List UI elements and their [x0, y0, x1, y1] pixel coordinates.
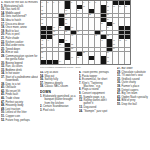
grid-cell[interactable] — [77, 18, 82, 22]
cell-number: 7 — [89, 1, 90, 3]
clue-text: Finds fault — [5, 93, 18, 96]
grid-cell[interactable]: 60 — [41, 56, 46, 60]
grid-cell[interactable] — [77, 22, 82, 26]
grid-cell[interactable] — [47, 9, 52, 13]
across-clue: 58. Classic NBC sitcom — [40, 85, 76, 88]
grid-cell[interactable] — [77, 39, 82, 43]
cell-number: 43 — [41, 39, 43, 41]
grid-cell[interactable] — [47, 18, 52, 22]
grid-cell[interactable] — [71, 9, 76, 13]
grid-cell[interactable]: 45 — [65, 39, 70, 43]
grid-cell[interactable] — [125, 14, 130, 18]
clue-text: Gets transferred? — [5, 15, 27, 18]
grid-cell[interactable] — [65, 60, 70, 64]
grid-cell[interactable]: 7 — [89, 1, 94, 5]
clue-text: Dry as dust — [44, 71, 58, 74]
cell-number: 65 — [107, 60, 109, 62]
cell-number: 29 — [101, 22, 103, 24]
clue-text: Big Ten team — [121, 92, 137, 95]
grid-cell[interactable] — [77, 60, 82, 64]
cell-number: 44 — [47, 39, 49, 41]
grid-cell[interactable] — [89, 52, 94, 56]
grid-cell[interactable]: 62 — [77, 56, 82, 60]
grid-cell[interactable] — [77, 35, 82, 39]
cell-number: 56 — [113, 47, 115, 49]
grid-cell[interactable] — [59, 35, 64, 39]
clue-text: Dog-eared — [83, 106, 96, 109]
black-cell — [65, 1, 70, 5]
grid-cell[interactable] — [125, 9, 130, 13]
grid-cell[interactable] — [53, 9, 58, 13]
clue-column-below-left: 53. Dry as dust54. Way out56. Satisfy fu… — [40, 71, 76, 150]
grid-cell[interactable] — [95, 48, 100, 52]
grid-cell[interactable]: 22 — [89, 14, 94, 18]
grid-cell[interactable] — [101, 48, 106, 52]
grid-cell[interactable] — [77, 14, 82, 18]
grid-cell[interactable]: 14 — [119, 5, 124, 9]
grid-cell[interactable]: 27 — [41, 22, 46, 26]
cell-number: 3 — [53, 1, 54, 3]
cell-number: 38 — [101, 30, 103, 32]
black-cell — [125, 31, 130, 35]
clue-text: In hot water — [5, 72, 20, 75]
grid-cell[interactable] — [83, 56, 88, 60]
grid-cell[interactable]: 38 — [101, 31, 106, 35]
grid-cell[interactable] — [83, 39, 88, 43]
clue-text: Satisfy fully — [44, 78, 58, 81]
grid-cell[interactable]: 32 — [59, 26, 64, 30]
clue-column-right: 27. Bar order29. Chocolate substitute31.… — [117, 67, 149, 150]
grid-cell[interactable] — [71, 14, 76, 18]
grid-cell[interactable]: 5 — [71, 1, 76, 5]
cell-number: 8 — [95, 1, 96, 3]
cell-number: 51 — [59, 43, 61, 45]
cell-number: 20 — [41, 13, 43, 15]
black-cell — [107, 39, 112, 43]
cell-number: 54 — [41, 47, 43, 49]
clue-text: "Stompin'" jazz spot — [83, 110, 107, 113]
grid-cell[interactable] — [95, 18, 100, 22]
clue-text: Once more, anew — [5, 26, 27, 29]
grid-cell[interactable] — [47, 43, 52, 47]
clue-text: Elm or oak — [5, 51, 19, 54]
clue-text: Idea to hatch — [5, 19, 21, 22]
crossword-page: 1. Stalls for the last 30 minutes5. Moti… — [0, 0, 150, 150]
clue-text: Communication system for the gorilla Kok… — [5, 55, 38, 61]
grid-cell[interactable]: 4 — [59, 1, 64, 5]
grid-cell[interactable] — [71, 5, 76, 9]
cell-number: 16 — [41, 9, 43, 11]
cell-number: 18 — [77, 9, 79, 11]
cell-number: 9 — [107, 1, 108, 3]
cell-number: 53 — [113, 43, 115, 45]
crossword-grid-frame: 1234567891011121314151617181920212223242… — [40, 0, 131, 65]
grid-cell[interactable] — [113, 60, 118, 64]
grid-cell[interactable] — [101, 1, 106, 5]
cell-number: 17 — [65, 9, 67, 11]
grid-cell[interactable] — [89, 48, 94, 52]
grid-cell[interactable]: 26 — [107, 18, 112, 22]
grid-cell[interactable]: 30 — [113, 22, 118, 26]
black-cell — [41, 31, 46, 35]
grid-cell[interactable] — [125, 48, 130, 52]
cell-number: 32 — [59, 26, 61, 28]
grid-cell[interactable] — [125, 18, 130, 22]
grid-cell[interactable] — [125, 60, 130, 64]
cell-number: 64 — [59, 60, 61, 62]
cell-number: 50 — [41, 43, 43, 45]
across-clue: 37. Start of a palindrome about flowerbe… — [1, 76, 38, 82]
black-cell — [41, 26, 46, 30]
cell-number: 34 — [107, 26, 109, 28]
cell-number: 31 — [53, 26, 55, 28]
cell-number: 36 — [65, 30, 67, 32]
grid-cell[interactable]: 51 — [59, 43, 64, 47]
grid-cell[interactable] — [83, 9, 88, 13]
cell-number: 52 — [71, 43, 73, 45]
black-cell — [65, 52, 70, 56]
cell-number: 45 — [65, 39, 67, 41]
down-clue: 1. Elaborately garnished, as a banquet p… — [40, 95, 76, 104]
grid-cell[interactable]: 18 — [77, 9, 82, 13]
black-cell — [101, 9, 106, 13]
clue-text: Concert equipment — [81, 92, 104, 95]
cell-number: 26 — [107, 18, 109, 20]
cell-number: 1 — [41, 1, 42, 3]
black-cell — [47, 60, 52, 64]
clue-text: Stalls for the last 30 minutes — [3, 1, 38, 4]
grid-cell[interactable] — [113, 14, 118, 18]
grid-cell[interactable] — [53, 18, 58, 22]
grid-cell[interactable]: 39 — [53, 35, 58, 39]
cell-number: 59 — [107, 51, 109, 53]
cell-number: 4 — [59, 1, 60, 3]
clue-text: Pale shade — [5, 37, 19, 40]
grid-cell[interactable] — [95, 56, 100, 60]
crossword-grid[interactable]: 1234567891011121314151617181920212223242… — [41, 1, 130, 64]
grid-cell[interactable] — [47, 52, 52, 56]
clue-text: Rolling stones don't gather it — [83, 99, 107, 105]
black-cell — [59, 14, 64, 18]
grid-cell[interactable] — [71, 60, 76, 64]
grid-cell[interactable] — [89, 60, 94, 64]
grid-cell[interactable] — [53, 5, 58, 9]
black-cell — [101, 14, 106, 18]
grid-cell[interactable]: 64 — [59, 60, 64, 64]
grid-cell[interactable] — [95, 5, 100, 9]
clue-text: Drop the ball — [121, 103, 137, 106]
grid-cell[interactable]: 46 — [101, 39, 106, 43]
clue-text: Quite chatty — [121, 81, 136, 84]
grid-cell[interactable] — [89, 39, 94, 43]
grid-cell[interactable] — [59, 48, 64, 52]
black-cell — [53, 60, 58, 64]
grid-cell[interactable] — [83, 22, 88, 26]
grid-cell[interactable] — [89, 5, 94, 9]
cell-number: 57 — [41, 51, 43, 53]
grid-cell[interactable] — [95, 26, 100, 30]
cell-number: 14 — [119, 5, 121, 7]
clue-text: Future frog, perhaps — [5, 119, 30, 122]
grid-cell[interactable] — [83, 14, 88, 18]
grid-cell[interactable] — [113, 52, 118, 56]
grid-cell[interactable] — [119, 9, 124, 13]
grid-cell[interactable] — [89, 26, 94, 30]
grid-cell[interactable] — [113, 26, 118, 30]
grid-cell[interactable]: 44 — [47, 39, 52, 43]
cell-number: 5 — [71, 1, 72, 3]
cell-number: 58 — [83, 51, 85, 53]
black-cell — [47, 26, 52, 30]
grid-cell[interactable]: 65 — [107, 60, 112, 64]
grid-cell[interactable] — [59, 5, 64, 9]
cell-number: 49 — [125, 39, 127, 41]
clue-text: Klee's "Twittering Machine," e.g. — [81, 82, 102, 88]
down-clue: 24. "Stompin'" jazz spot — [79, 110, 114, 113]
clue-text: Obstacle — [5, 86, 16, 89]
grid-cell[interactable] — [77, 43, 82, 47]
black-cell — [89, 56, 94, 60]
cell-number: 22 — [89, 13, 91, 15]
grid-cell[interactable] — [77, 48, 82, 52]
cell-number: 55 — [71, 47, 73, 49]
grid-cell[interactable] — [83, 31, 88, 35]
clue-text: Gas tank fill — [5, 8, 20, 11]
clue-text: Heavenly body — [5, 104, 24, 107]
grid-cell[interactable] — [125, 22, 130, 26]
clue-text: Littlest of the litter — [5, 111, 27, 114]
grid-cell[interactable] — [47, 14, 52, 18]
cell-number: 2 — [47, 1, 48, 3]
grid-cell[interactable]: 41 — [95, 35, 100, 39]
grid-cell[interactable] — [119, 18, 124, 22]
grid-cell[interactable] — [53, 52, 58, 56]
cell-number: 35 — [53, 30, 55, 32]
grid-cell[interactable]: 15 — [125, 5, 130, 9]
cell-number: 19 — [107, 9, 109, 11]
grid-cell[interactable]: 37 — [77, 31, 82, 35]
cell-number: 33 — [71, 26, 73, 28]
clue-text: Certain Scandinavian — [42, 105, 68, 108]
clue-text: Ran, as colors — [5, 65, 23, 68]
grid-cell[interactable] — [95, 39, 100, 43]
cell-number: 6 — [83, 1, 84, 3]
cell-number: 39 — [53, 34, 55, 36]
grid-cell[interactable] — [53, 48, 58, 52]
grid-cell[interactable]: 42 — [107, 35, 112, 39]
clue-text: Elaborately garnished, as a banquet plat… — [42, 95, 75, 104]
cell-number: 11 — [83, 5, 85, 7]
cell-number: 12 — [107, 5, 109, 7]
cell-number: 10 — [41, 5, 43, 7]
grid-cell[interactable] — [59, 9, 64, 13]
clue-text: TV-watcher's seat — [121, 74, 143, 77]
cell-number: 37 — [77, 30, 79, 32]
cell-number: 42 — [107, 34, 109, 36]
grid-cell[interactable]: 49 — [125, 39, 130, 43]
grid-cell[interactable]: 56 — [113, 48, 118, 52]
clue-text: Travel permit, perhaps — [81, 71, 108, 74]
grid-cell[interactable] — [83, 26, 88, 30]
grid-cell[interactable] — [89, 35, 94, 39]
down-clue: 12. Rolling stones don't gather it — [79, 99, 114, 105]
cell-number: 41 — [95, 34, 97, 36]
across-clue: 28. Communication system for the gorilla… — [1, 55, 38, 61]
grid-cell[interactable] — [47, 22, 52, 26]
grid-cell[interactable] — [119, 60, 124, 64]
black-cell — [59, 18, 64, 22]
black-cell — [65, 43, 70, 47]
grid-cell[interactable] — [119, 22, 124, 26]
grid-cell[interactable]: 11 — [83, 5, 88, 9]
grid-cell[interactable] — [125, 43, 130, 47]
cell-number: 61 — [71, 56, 73, 58]
across-clue: 52. Future frog, perhaps — [1, 119, 38, 122]
grid-cell[interactable] — [47, 48, 52, 52]
grid-cell[interactable]: 29 — [101, 22, 106, 26]
grid-cell[interactable]: 40 — [71, 35, 76, 39]
grid-cell[interactable] — [53, 43, 58, 47]
cell-number: 13 — [113, 5, 115, 7]
grid-cell[interactable] — [95, 22, 100, 26]
clue-text: Pool stick — [42, 109, 54, 112]
grid-cell[interactable] — [83, 18, 88, 22]
black-cell — [119, 31, 124, 35]
down-clue: 3. Pool stick — [40, 109, 76, 112]
grid-cell[interactable]: 55 — [71, 48, 76, 52]
clue-text: Bird of prey — [121, 99, 136, 102]
grid-cell[interactable] — [101, 52, 106, 56]
black-cell — [119, 26, 124, 30]
grid-cell[interactable]: 8 — [95, 1, 100, 5]
grid-cell[interactable] — [119, 43, 124, 47]
grid-cell[interactable] — [89, 18, 94, 22]
black-cell — [107, 43, 112, 47]
grid-cell[interactable] — [119, 56, 124, 60]
grid-cell[interactable] — [77, 1, 82, 5]
grid-cell[interactable] — [95, 60, 100, 64]
black-cell — [65, 56, 70, 60]
clue-column-left: 1. Stalls for the last 30 minutes5. Moti… — [1, 1, 38, 149]
cell-number: 48 — [119, 39, 121, 41]
cell-number: 46 — [101, 39, 103, 41]
black-cell — [65, 48, 70, 52]
down-clue: 55. Drop the ball — [117, 103, 149, 106]
grid-cell[interactable]: 3 — [53, 1, 58, 5]
cell-number: 40 — [71, 34, 73, 36]
grid-cell[interactable]: 36 — [65, 31, 70, 35]
grid-cell[interactable] — [71, 18, 76, 22]
clue-text: Classic NBC sitcom — [44, 85, 68, 88]
clue-text: Mail-order extra — [5, 44, 25, 47]
grid-cell[interactable] — [101, 43, 106, 47]
cell-number: 24 — [41, 18, 43, 20]
cell-number: 23 — [107, 13, 109, 15]
grid-cell[interactable] — [59, 52, 64, 56]
grid-cell[interactable]: 34 — [107, 26, 112, 30]
cell-number: 15 — [125, 5, 127, 7]
cell-number: 27 — [41, 22, 43, 24]
grid-cell[interactable] — [119, 48, 124, 52]
grid-cell[interactable]: 61 — [71, 56, 76, 60]
grid-cell[interactable] — [125, 56, 130, 60]
black-cell — [101, 5, 106, 9]
grid-cell[interactable] — [83, 35, 88, 39]
clue-text: Copper coin — [5, 115, 20, 118]
grid-cell[interactable] — [119, 14, 124, 18]
grid-cell[interactable] — [47, 56, 52, 60]
grid-cell[interactable] — [47, 5, 52, 9]
clue-text: Trade show — [5, 97, 20, 100]
grid-cell[interactable]: 58 — [83, 52, 88, 56]
grid-cell[interactable] — [89, 43, 94, 47]
cell-number: 21 — [65, 13, 67, 15]
grid-cell[interactable] — [53, 14, 58, 18]
grid-cell[interactable] — [95, 43, 100, 47]
black-cell — [101, 60, 106, 64]
black-cell — [125, 26, 130, 30]
grid-cell[interactable] — [53, 56, 58, 60]
black-cell — [41, 60, 46, 64]
black-cell — [47, 31, 52, 35]
grid-cell[interactable] — [59, 31, 64, 35]
clue-column-below-mid: 4. Travel permit, perhaps5. Pasta topper… — [79, 71, 114, 150]
grid-cell[interactable] — [95, 9, 100, 13]
clue-text: Start of a palindrome about flowerbeds — [5, 76, 38, 82]
cell-number: 25 — [65, 18, 67, 20]
grid-cell[interactable] — [89, 31, 94, 35]
grid-cell[interactable] — [83, 60, 88, 64]
clue-text: Bar order — [121, 67, 133, 70]
grid-cell[interactable] — [89, 22, 94, 26]
down-header: DOWN — [40, 91, 76, 94]
cell-number: 30 — [113, 22, 115, 24]
clue-text: Economical, for short — [81, 78, 107, 81]
grid-cell[interactable] — [83, 43, 88, 47]
cell-number: 62 — [77, 56, 79, 58]
cell-number: 60 — [41, 56, 43, 58]
grid-cell[interactable] — [53, 39, 58, 43]
grid-cell[interactable] — [95, 52, 100, 56]
grid-cell[interactable]: 48 — [119, 39, 124, 43]
cell-number: 63 — [107, 56, 109, 58]
grid-cell[interactable]: 28 — [65, 22, 70, 26]
grid-cell[interactable] — [119, 52, 124, 56]
grid-cell[interactable]: 13 — [113, 5, 118, 9]
grid-cell[interactable] — [113, 9, 118, 13]
black-cell — [101, 56, 106, 60]
grid-cell[interactable] — [95, 14, 100, 18]
cell-number: 28 — [65, 22, 67, 24]
grid-cell[interactable]: 2 — [47, 1, 52, 5]
grid-caption: Free Printable Crossword Puzzle - 2019 — [40, 66, 94, 69]
grid-cell[interactable] — [113, 56, 118, 60]
grid-cell[interactable] — [125, 52, 130, 56]
clue-text: Puts in peril — [5, 33, 20, 36]
clue-text: Farmer's place — [121, 85, 139, 88]
grid-cell[interactable] — [113, 31, 118, 35]
cell-number: 47 — [113, 39, 115, 41]
grid-cell[interactable]: 33 — [71, 26, 76, 30]
